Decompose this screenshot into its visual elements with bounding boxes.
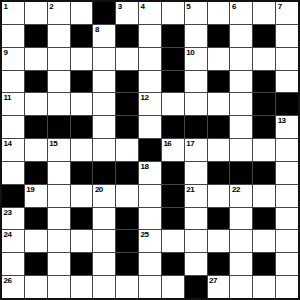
grid-cell-r3c6[interactable] [139,71,161,93]
grid-cell-r12c12[interactable] [276,276,298,298]
grid-cell-r8c11[interactable] [253,185,275,207]
grid-cell-r3c12[interactable] [276,71,298,93]
grid-cell-r8c12[interactable] [276,185,298,207]
block-cell-r4c5 [116,93,138,115]
clue-number-8: 8 [95,25,99,34]
grid-cell-r2c2[interactable] [48,48,70,70]
block-cell-r3c7 [162,71,184,93]
grid-cell-r12c0[interactable]: 26 [2,276,24,298]
grid-cell-r12c2[interactable] [48,276,70,298]
grid-cell-r10c0[interactable]: 24 [2,230,24,252]
grid-cell-r9c8[interactable] [185,208,207,230]
grid-cell-r0c12[interactable]: 7 [276,2,298,24]
grid-cell-r0c7[interactable] [162,2,184,24]
grid-cell-r2c12[interactable] [276,48,298,70]
grid-cell-r2c3[interactable] [71,48,93,70]
grid-cell-r4c3[interactable] [71,93,93,115]
grid-cell-r5c10[interactable] [230,116,252,138]
grid-cell-r6c5[interactable] [116,139,138,161]
clue-number-22: 22 [232,185,240,194]
grid-cell-r1c4[interactable]: 8 [93,25,115,47]
grid-cell-r5c12[interactable]: 13 [276,116,298,138]
block-cell-r5c3 [71,116,93,138]
block-cell-r11c3 [71,253,93,275]
block-cell-r4c12 [276,93,298,115]
grid-cell-r6c11[interactable] [253,139,275,161]
clue-number-21: 21 [186,185,194,194]
block-cell-r7c11 [253,162,275,184]
grid-cell-r4c0[interactable]: 11 [2,93,24,115]
grid-cell-r3c10[interactable] [230,71,252,93]
grid-cell-r2c1[interactable] [25,48,47,70]
grid-cell-r12c6[interactable] [139,276,161,298]
block-cell-r9c1 [25,208,47,230]
grid-cell-r9c0[interactable]: 23 [2,208,24,230]
clue-number-6: 6 [232,2,236,11]
grid-cell-r0c2[interactable]: 2 [48,2,70,24]
grid-cell-r0c10[interactable]: 6 [230,2,252,24]
grid-cell-r9c2[interactable] [48,208,70,230]
clue-number-27: 27 [209,276,217,285]
grid-cell-r0c11[interactable] [253,2,275,24]
block-cell-r11c11 [253,253,275,275]
grid-cell-r10c9[interactable] [208,230,230,252]
block-cell-r9c9 [208,208,230,230]
grid-cell-r4c7[interactable] [162,93,184,115]
clue-number-25: 25 [141,230,149,239]
grid-cell-r11c10[interactable] [230,253,252,275]
grid-cell-r8c8[interactable]: 21 [185,185,207,207]
grid-cell-r0c5[interactable]: 3 [116,2,138,24]
grid-cell-r9c6[interactable] [139,208,161,230]
grid-cell-r3c2[interactable] [48,71,70,93]
block-cell-r8c7 [162,185,184,207]
block-cell-r7c4 [93,162,115,184]
grid-cell-r3c4[interactable] [93,71,115,93]
block-cell-r6c6 [139,139,161,161]
grid-cell-r10c2[interactable] [48,230,70,252]
grid-cell-r7c8[interactable] [185,162,207,184]
grid-cell-r0c8[interactable]: 5 [185,2,207,24]
block-cell-r1c7 [162,25,184,47]
grid-cell-r8c5[interactable] [116,185,138,207]
clue-number-1: 1 [4,2,8,11]
block-cell-r8c0 [2,185,24,207]
block-cell-r5c9 [208,116,230,138]
clue-number-9: 9 [4,48,8,57]
grid-cell-r2c11[interactable] [253,48,275,70]
grid-cell-r10c12[interactable] [276,230,298,252]
grid-cell-r8c2[interactable] [48,185,70,207]
grid-cell-r12c1[interactable] [25,276,47,298]
grid-cell-r1c6[interactable] [139,25,161,47]
clue-number-5: 5 [186,2,190,11]
grid-cell-r6c1[interactable] [25,139,47,161]
block-cell-r5c7 [162,116,184,138]
block-cell-r3c5 [116,71,138,93]
grid-cell-r9c12[interactable] [276,208,298,230]
grid-cell-r12c9[interactable]: 27 [208,276,230,298]
block-cell-r12c8 [185,276,207,298]
grid-cell-r4c4[interactable] [93,93,115,115]
grid-cell-r4c6[interactable]: 12 [139,93,161,115]
clue-number-26: 26 [4,276,12,285]
block-cell-r5c5 [116,116,138,138]
grid-cell-r8c9[interactable] [208,185,230,207]
grid-cell-r0c1[interactable] [25,2,47,24]
grid-cell-r10c1[interactable] [25,230,47,252]
grid-cell-r6c9[interactable] [208,139,230,161]
clue-number-12: 12 [141,93,149,102]
grid-cell-r2c5[interactable] [116,48,138,70]
block-cell-r1c11 [253,25,275,47]
grid-cell-r5c4[interactable] [93,116,115,138]
grid-cell-r2c9[interactable] [208,48,230,70]
grid-cell-r11c2[interactable] [48,253,70,275]
grid-cell-r6c7[interactable]: 16 [162,139,184,161]
block-cell-r9c3 [71,208,93,230]
grid-cell-r7c12[interactable] [276,162,298,184]
clue-number-16: 16 [163,139,171,148]
grid-cell-r11c8[interactable] [185,253,207,275]
grid-cell-r0c3[interactable] [71,2,93,24]
block-cell-r5c1 [25,116,47,138]
block-cell-r1c3 [71,25,93,47]
crossword-grid: 1234567891011121314151617181920212223242… [0,0,300,300]
block-cell-r4c11 [253,93,275,115]
clue-number-19: 19 [26,185,34,194]
grid-cell-r12c11[interactable] [253,276,275,298]
grid-cell-r10c3[interactable] [71,230,93,252]
grid-cell-r10c11[interactable] [253,230,275,252]
grid-cell-r10c10[interactable] [230,230,252,252]
block-cell-r11c9 [208,253,230,275]
grid-cell-r6c4[interactable] [93,139,115,161]
block-cell-r5c11 [253,116,275,138]
grid-cell-r4c8[interactable] [185,93,207,115]
block-cell-r2c7 [162,48,184,70]
grid-cell-r10c8[interactable] [185,230,207,252]
clue-number-10: 10 [186,48,194,57]
grid-cell-r10c7[interactable] [162,230,184,252]
block-cell-r5c8 [185,116,207,138]
block-cell-r5c2 [48,116,70,138]
grid-cell-r4c2[interactable] [48,93,70,115]
clue-number-3: 3 [118,2,122,11]
clue-number-13: 13 [278,116,286,125]
clue-number-15: 15 [49,139,57,148]
block-cell-r11c5 [116,253,138,275]
clue-number-17: 17 [186,139,194,148]
grid-cell-r7c2[interactable] [48,162,70,184]
grid-cell-r0c6[interactable]: 4 [139,2,161,24]
grid-cell-r4c10[interactable] [230,93,252,115]
block-cell-r7c3 [71,162,93,184]
block-cell-r3c9 [208,71,230,93]
block-cell-r1c5 [116,25,138,47]
grid-cell-r1c8[interactable] [185,25,207,47]
clue-number-14: 14 [4,139,12,148]
block-cell-r7c9 [208,162,230,184]
grid-cell-r1c2[interactable] [48,25,70,47]
grid-cell-r11c0[interactable] [2,253,24,275]
block-cell-r7c1 [25,162,47,184]
grid-cell-r5c6[interactable] [139,116,161,138]
clue-number-4: 4 [141,2,145,11]
grid-cell-r6c8[interactable]: 17 [185,139,207,161]
clue-number-11: 11 [4,93,11,102]
grid-cell-r1c12[interactable] [276,25,298,47]
clue-number-23: 23 [4,208,12,217]
block-cell-r7c7 [162,162,184,184]
grid-cell-r8c6[interactable] [139,185,161,207]
grid-cell-r1c10[interactable] [230,25,252,47]
grid-cell-r10c6[interactable]: 25 [139,230,161,252]
grid-cell-r1c0[interactable] [2,25,24,47]
grid-cell-r11c6[interactable] [139,253,161,275]
clue-number-20: 20 [95,185,103,194]
block-cell-r11c1 [25,253,47,275]
grid-cell-r6c10[interactable] [230,139,252,161]
grid-cell-r12c5[interactable] [116,276,138,298]
grid-cell-r2c0[interactable]: 9 [2,48,24,70]
grid-cell-r7c0[interactable] [2,162,24,184]
grid-cell-r8c10[interactable]: 22 [230,185,252,207]
grid-cell-r3c0[interactable] [2,71,24,93]
block-cell-r11c7 [162,253,184,275]
block-cell-r9c11 [253,208,275,230]
block-cell-r3c3 [71,71,93,93]
grid-cell-r0c0[interactable]: 1 [2,2,24,24]
grid-cell-r6c2[interactable]: 15 [48,139,70,161]
block-cell-r1c1 [25,25,47,47]
grid-cell-r6c0[interactable]: 14 [2,139,24,161]
clue-number-24: 24 [4,230,12,239]
block-cell-r3c1 [25,71,47,93]
block-cell-r9c5 [116,208,138,230]
grid-cell-r12c3[interactable] [71,276,93,298]
block-cell-r1c9 [208,25,230,47]
grid-cell-r2c4[interactable] [93,48,115,70]
grid-cell-r8c1[interactable]: 19 [25,185,47,207]
grid-cell-r0c9[interactable] [208,2,230,24]
grid-cell-r9c10[interactable] [230,208,252,230]
grid-cell-r6c12[interactable] [276,139,298,161]
grid-cell-r11c4[interactable] [93,253,115,275]
block-cell-r0c4 [93,2,115,24]
grid-cell-r8c4[interactable]: 20 [93,185,115,207]
grid-cell-r2c6[interactable] [139,48,161,70]
grid-cell-r8c3[interactable] [71,185,93,207]
block-cell-r9c7 [162,208,184,230]
grid-cell-r2c8[interactable]: 10 [185,48,207,70]
grid-cell-r12c10[interactable] [230,276,252,298]
grid-cell-r11c12[interactable] [276,253,298,275]
grid-cell-r9c4[interactable] [93,208,115,230]
grid-cell-r4c9[interactable] [208,93,230,115]
block-cell-r10c5 [116,230,138,252]
grid-cell-r12c4[interactable] [93,276,115,298]
clue-number-18: 18 [141,162,149,171]
block-cell-r3c11 [253,71,275,93]
clue-number-7: 7 [278,2,282,11]
grid-cell-r7c6[interactable]: 18 [139,162,161,184]
block-cell-r7c10 [230,162,252,184]
grid-cell-r6c3[interactable] [71,139,93,161]
grid-cell-r4c1[interactable] [25,93,47,115]
grid-cell-r10c4[interactable] [93,230,115,252]
grid-cell-r5c0[interactable] [2,116,24,138]
grid-cell-r12c7[interactable] [162,276,184,298]
grid-cell-r2c10[interactable] [230,48,252,70]
block-cell-r7c5 [116,162,138,184]
grid-cell-r3c8[interactable] [185,71,207,93]
clue-number-2: 2 [49,2,53,11]
